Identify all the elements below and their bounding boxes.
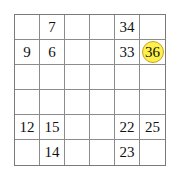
cell-empty[interactable] [65, 15, 90, 40]
clue-number: 25 [145, 120, 160, 135]
cell-empty[interactable] [90, 15, 115, 40]
clue-number: 33 [120, 45, 135, 60]
cell-clue: 7 [40, 15, 65, 40]
cell-empty[interactable] [90, 65, 115, 90]
cell-clue: 33 [115, 40, 140, 65]
hidato-board: 734963336121522251423 [14, 14, 166, 166]
cell-clue: 15 [40, 115, 65, 140]
cell-empty[interactable] [15, 15, 40, 40]
cell-empty[interactable] [140, 15, 165, 40]
cell-clue: 22 [115, 115, 140, 140]
cell-empty[interactable] [90, 90, 115, 115]
clue-number: 12 [20, 120, 35, 135]
cell-empty[interactable] [140, 65, 165, 90]
cell-empty[interactable] [40, 90, 65, 115]
cell-empty[interactable] [90, 40, 115, 65]
clue-number: 22 [120, 120, 135, 135]
cell-clue: 34 [115, 15, 140, 40]
clue-number: 15 [45, 120, 60, 135]
cell-clue: 25 [140, 115, 165, 140]
cell-clue: 23 [115, 140, 140, 165]
clue-number: 7 [48, 20, 56, 35]
cell-empty[interactable] [65, 90, 90, 115]
clue-number: 14 [45, 145, 60, 160]
highlighted-clue-number: 36 [142, 41, 164, 63]
cell-empty[interactable] [65, 140, 90, 165]
cell-empty[interactable] [140, 140, 165, 165]
clue-number: 23 [120, 145, 135, 160]
cell-empty[interactable] [115, 90, 140, 115]
cell-empty[interactable] [115, 65, 140, 90]
cell-empty[interactable] [65, 115, 90, 140]
cell-clue: 36 [140, 40, 165, 65]
cell-clue: 9 [15, 40, 40, 65]
cell-empty[interactable] [140, 90, 165, 115]
cell-empty[interactable] [65, 40, 90, 65]
cell-empty[interactable] [40, 65, 65, 90]
clue-number: 6 [48, 45, 56, 60]
clue-number: 9 [23, 45, 31, 60]
cell-empty[interactable] [15, 140, 40, 165]
cell-clue: 12 [15, 115, 40, 140]
cell-empty[interactable] [65, 65, 90, 90]
cell-empty[interactable] [90, 115, 115, 140]
cell-clue: 14 [40, 140, 65, 165]
cell-clue: 6 [40, 40, 65, 65]
cell-empty[interactable] [15, 90, 40, 115]
cell-empty[interactable] [90, 140, 115, 165]
cell-empty[interactable] [15, 65, 40, 90]
clue-number: 34 [120, 20, 135, 35]
